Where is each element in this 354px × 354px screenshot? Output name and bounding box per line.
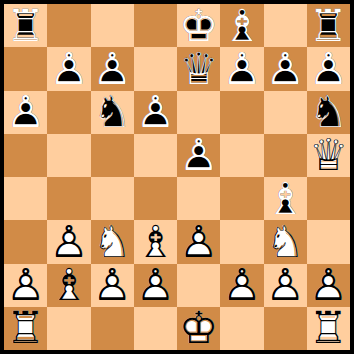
- square-b4[interactable]: [47, 177, 90, 220]
- piece-white-queen[interactable]: ♛♕: [307, 134, 350, 177]
- piece-glyph-fill: ♞: [307, 91, 350, 134]
- piece-glyph-fill: ♟: [134, 264, 177, 307]
- piece-glyph-outline: ♗: [220, 4, 263, 47]
- piece-glyph-outline: ♙: [134, 91, 177, 134]
- piece-glyph-outline: ♙: [307, 47, 350, 90]
- piece-glyph-outline: ♗: [134, 220, 177, 263]
- piece-black-pawn[interactable]: ♟♙: [134, 91, 177, 134]
- piece-black-pawn[interactable]: ♟♙: [47, 47, 90, 90]
- piece-black-knight[interactable]: ♞♘: [91, 91, 134, 134]
- square-f8[interactable]: ♝♗: [220, 4, 263, 47]
- square-b3[interactable]: ♟♙: [47, 220, 90, 263]
- square-c8[interactable]: [91, 4, 134, 47]
- piece-glyph-outline: ♙: [220, 264, 263, 307]
- square-h7[interactable]: ♟♙: [307, 47, 350, 90]
- square-h5[interactable]: ♛♕: [307, 134, 350, 177]
- square-c5[interactable]: [91, 134, 134, 177]
- piece-black-pawn[interactable]: ♟♙: [220, 47, 263, 90]
- square-g4[interactable]: ♝♗: [264, 177, 307, 220]
- piece-glyph-fill: ♝: [134, 220, 177, 263]
- square-h8[interactable]: ♜♖: [307, 4, 350, 47]
- piece-glyph-fill: ♟: [307, 47, 350, 90]
- square-e7[interactable]: ♛♕: [177, 47, 220, 90]
- square-b8[interactable]: [47, 4, 90, 47]
- square-b5[interactable]: [47, 134, 90, 177]
- piece-glyph-outline: ♙: [307, 264, 350, 307]
- square-g5[interactable]: [264, 134, 307, 177]
- square-d3[interactable]: ♝♗: [134, 220, 177, 263]
- piece-glyph-outline: ♕: [177, 47, 220, 90]
- piece-white-pawn[interactable]: ♟♙: [264, 264, 307, 307]
- piece-glyph-outline: ♖: [4, 4, 47, 47]
- piece-glyph-outline: ♙: [134, 264, 177, 307]
- square-h4[interactable]: [307, 177, 350, 220]
- square-d4[interactable]: [134, 177, 177, 220]
- piece-black-knight[interactable]: ♞♘: [307, 91, 350, 134]
- piece-glyph-fill: ♟: [91, 264, 134, 307]
- square-e3[interactable]: ♟♙: [177, 220, 220, 263]
- square-a6[interactable]: ♟♙: [4, 91, 47, 134]
- square-a7[interactable]: [4, 47, 47, 90]
- square-c4[interactable]: [91, 177, 134, 220]
- piece-glyph-fill: ♝: [47, 264, 90, 307]
- square-f2[interactable]: ♟♙: [220, 264, 263, 307]
- piece-glyph-fill: ♟: [220, 264, 263, 307]
- piece-glyph-fill: ♜: [307, 4, 350, 47]
- piece-white-pawn[interactable]: ♟♙: [134, 264, 177, 307]
- piece-black-rook[interactable]: ♜♖: [307, 4, 350, 47]
- square-b2[interactable]: ♝♗: [47, 264, 90, 307]
- piece-glyph-outline: ♙: [91, 264, 134, 307]
- piece-glyph-outline: ♘: [264, 220, 307, 263]
- square-b7[interactable]: ♟♙: [47, 47, 90, 90]
- square-e1[interactable]: ♚♔: [177, 307, 220, 350]
- square-g8[interactable]: [264, 4, 307, 47]
- square-f7[interactable]: ♟♙: [220, 47, 263, 90]
- piece-white-knight[interactable]: ♞♘: [264, 220, 307, 263]
- piece-glyph-fill: ♟: [264, 264, 307, 307]
- square-e2[interactable]: [177, 264, 220, 307]
- piece-glyph-outline: ♗: [264, 177, 307, 220]
- square-d2[interactable]: ♟♙: [134, 264, 177, 307]
- square-a3[interactable]: [4, 220, 47, 263]
- piece-glyph-fill: ♟: [47, 47, 90, 90]
- piece-glyph-fill: ♞: [91, 220, 134, 263]
- square-b6[interactable]: [47, 91, 90, 134]
- square-d8[interactable]: [134, 4, 177, 47]
- piece-glyph-fill: ♟: [134, 91, 177, 134]
- square-g3[interactable]: ♞♘: [264, 220, 307, 263]
- chess-board: ♜♖♚♔♝♗♜♖♟♙♟♙♛♕♟♙♟♙♟♙♟♙♞♘♟♙♞♘♟♙♛♕♝♗♟♙♞♘♝♗…: [4, 4, 350, 350]
- piece-glyph-outline: ♙: [177, 220, 220, 263]
- piece-glyph-fill: ♜: [4, 307, 47, 350]
- square-c1[interactable]: [91, 307, 134, 350]
- piece-white-pawn[interactable]: ♟♙: [307, 264, 350, 307]
- piece-glyph-outline: ♙: [4, 91, 47, 134]
- square-c2[interactable]: ♟♙: [91, 264, 134, 307]
- piece-glyph-outline: ♙: [4, 264, 47, 307]
- piece-white-bishop[interactable]: ♝♗: [47, 264, 90, 307]
- piece-glyph-fill: ♜: [4, 4, 47, 47]
- piece-black-pawn[interactable]: ♟♙: [307, 47, 350, 90]
- piece-black-pawn[interactable]: ♟♙: [91, 47, 134, 90]
- piece-glyph-fill: ♟: [47, 220, 90, 263]
- square-f4[interactable]: [220, 177, 263, 220]
- piece-glyph-outline: ♗: [47, 264, 90, 307]
- piece-glyph-fill: ♚: [177, 307, 220, 350]
- piece-black-bishop[interactable]: ♝♗: [264, 177, 307, 220]
- piece-glyph-outline: ♙: [47, 220, 90, 263]
- piece-black-pawn[interactable]: ♟♙: [4, 91, 47, 134]
- board-frame: ♜♖♚♔♝♗♜♖♟♙♟♙♛♕♟♙♟♙♟♙♟♙♞♘♟♙♞♘♟♙♛♕♝♗♟♙♞♘♝♗…: [0, 0, 354, 354]
- piece-glyph-outline: ♙: [264, 264, 307, 307]
- piece-white-knight[interactable]: ♞♘: [91, 220, 134, 263]
- square-d7[interactable]: [134, 47, 177, 90]
- piece-glyph-outline: ♖: [307, 307, 350, 350]
- piece-glyph-fill: ♟: [4, 264, 47, 307]
- square-h3[interactable]: [307, 220, 350, 263]
- piece-black-bishop[interactable]: ♝♗: [220, 4, 263, 47]
- piece-white-bishop[interactable]: ♝♗: [134, 220, 177, 263]
- square-f5[interactable]: [220, 134, 263, 177]
- square-a8[interactable]: ♜♖: [4, 4, 47, 47]
- square-d5[interactable]: [134, 134, 177, 177]
- piece-glyph-fill: ♟: [4, 91, 47, 134]
- square-e8[interactable]: ♚♔: [177, 4, 220, 47]
- square-f3[interactable]: [220, 220, 263, 263]
- piece-glyph-fill: ♟: [177, 134, 220, 177]
- square-f6[interactable]: [220, 91, 263, 134]
- piece-white-rook[interactable]: ♜♖: [307, 307, 350, 350]
- piece-white-pawn[interactable]: ♟♙: [4, 264, 47, 307]
- square-g7[interactable]: ♟♙: [264, 47, 307, 90]
- square-h2[interactable]: ♟♙: [307, 264, 350, 307]
- piece-glyph-fill: ♜: [307, 307, 350, 350]
- piece-glyph-outline: ♕: [307, 134, 350, 177]
- piece-glyph-outline: ♘: [91, 220, 134, 263]
- piece-glyph-fill: ♝: [220, 4, 263, 47]
- piece-white-king[interactable]: ♚♔: [177, 307, 220, 350]
- square-g2[interactable]: ♟♙: [264, 264, 307, 307]
- square-e4[interactable]: [177, 177, 220, 220]
- piece-white-pawn[interactable]: ♟♙: [220, 264, 263, 307]
- piece-glyph-fill: ♛: [307, 134, 350, 177]
- square-a5[interactable]: [4, 134, 47, 177]
- square-h6[interactable]: ♞♘: [307, 91, 350, 134]
- piece-glyph-outline: ♙: [220, 47, 263, 90]
- square-b1[interactable]: [47, 307, 90, 350]
- square-g1[interactable]: [264, 307, 307, 350]
- square-c3[interactable]: ♞♘: [91, 220, 134, 263]
- piece-white-rook[interactable]: ♜♖: [4, 307, 47, 350]
- piece-glyph-fill: ♟: [264, 47, 307, 90]
- piece-glyph-fill: ♟: [177, 220, 220, 263]
- piece-glyph-outline: ♙: [264, 47, 307, 90]
- square-c7[interactable]: ♟♙: [91, 47, 134, 90]
- piece-glyph-fill: ♛: [177, 47, 220, 90]
- square-a4[interactable]: [4, 177, 47, 220]
- square-g6[interactable]: [264, 91, 307, 134]
- piece-glyph-outline: ♖: [4, 307, 47, 350]
- piece-glyph-outline: ♙: [47, 47, 90, 90]
- square-a2[interactable]: ♟♙: [4, 264, 47, 307]
- piece-glyph-outline: ♙: [177, 134, 220, 177]
- piece-glyph-fill: ♟: [307, 264, 350, 307]
- piece-glyph-outline: ♘: [307, 91, 350, 134]
- piece-glyph-outline: ♖: [307, 4, 350, 47]
- square-e6[interactable]: [177, 91, 220, 134]
- square-f1[interactable]: [220, 307, 263, 350]
- piece-glyph-outline: ♘: [91, 91, 134, 134]
- square-a1[interactable]: ♜♖: [4, 307, 47, 350]
- piece-black-queen[interactable]: ♛♕: [177, 47, 220, 90]
- piece-glyph-fill: ♟: [220, 47, 263, 90]
- piece-glyph-fill: ♝: [264, 177, 307, 220]
- piece-white-pawn[interactable]: ♟♙: [47, 220, 90, 263]
- piece-glyph-fill: ♞: [264, 220, 307, 263]
- piece-black-king[interactable]: ♚♔: [177, 4, 220, 47]
- piece-glyph-outline: ♔: [177, 4, 220, 47]
- piece-glyph-outline: ♙: [91, 47, 134, 90]
- piece-glyph-fill: ♞: [91, 91, 134, 134]
- piece-white-pawn[interactable]: ♟♙: [91, 264, 134, 307]
- piece-black-pawn[interactable]: ♟♙: [177, 134, 220, 177]
- square-d1[interactable]: [134, 307, 177, 350]
- square-d6[interactable]: ♟♙: [134, 91, 177, 134]
- square-c6[interactable]: ♞♘: [91, 91, 134, 134]
- piece-glyph-outline: ♔: [177, 307, 220, 350]
- square-e5[interactable]: ♟♙: [177, 134, 220, 177]
- piece-glyph-fill: ♟: [91, 47, 134, 90]
- piece-glyph-fill: ♚: [177, 4, 220, 47]
- piece-white-pawn[interactable]: ♟♙: [177, 220, 220, 263]
- square-h1[interactable]: ♜♖: [307, 307, 350, 350]
- piece-black-rook[interactable]: ♜♖: [4, 4, 47, 47]
- piece-black-pawn[interactable]: ♟♙: [264, 47, 307, 90]
